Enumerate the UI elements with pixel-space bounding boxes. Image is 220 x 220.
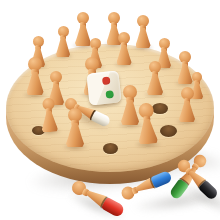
- empty-hole: [160, 125, 177, 137]
- empty-hole: [103, 143, 118, 154]
- peg-standing: [66, 108, 84, 147]
- peg-standing: [179, 87, 195, 122]
- peg-body: [179, 101, 195, 122]
- color-die: [86, 70, 121, 105]
- peg-standing: [27, 57, 44, 95]
- peg-body: [27, 72, 44, 95]
- peg-body: [66, 123, 84, 147]
- peg-body: [117, 45, 132, 65]
- peg-standing: [56, 26, 70, 57]
- peg-standing: [136, 102, 158, 144]
- peg-standing: [136, 15, 151, 48]
- peg-standing: [40, 98, 58, 133]
- product-photo-memory-chess: [0, 0, 220, 220]
- die-pip-red: [101, 77, 110, 86]
- peg-body: [41, 111, 58, 133]
- peg-standing: [147, 61, 163, 95]
- peg-body: [136, 28, 151, 48]
- peg-body: [147, 74, 163, 95]
- peg-body: [56, 37, 70, 57]
- peg-body: [137, 118, 158, 144]
- peg-standing: [117, 32, 132, 65]
- die-pip-green: [105, 90, 114, 99]
